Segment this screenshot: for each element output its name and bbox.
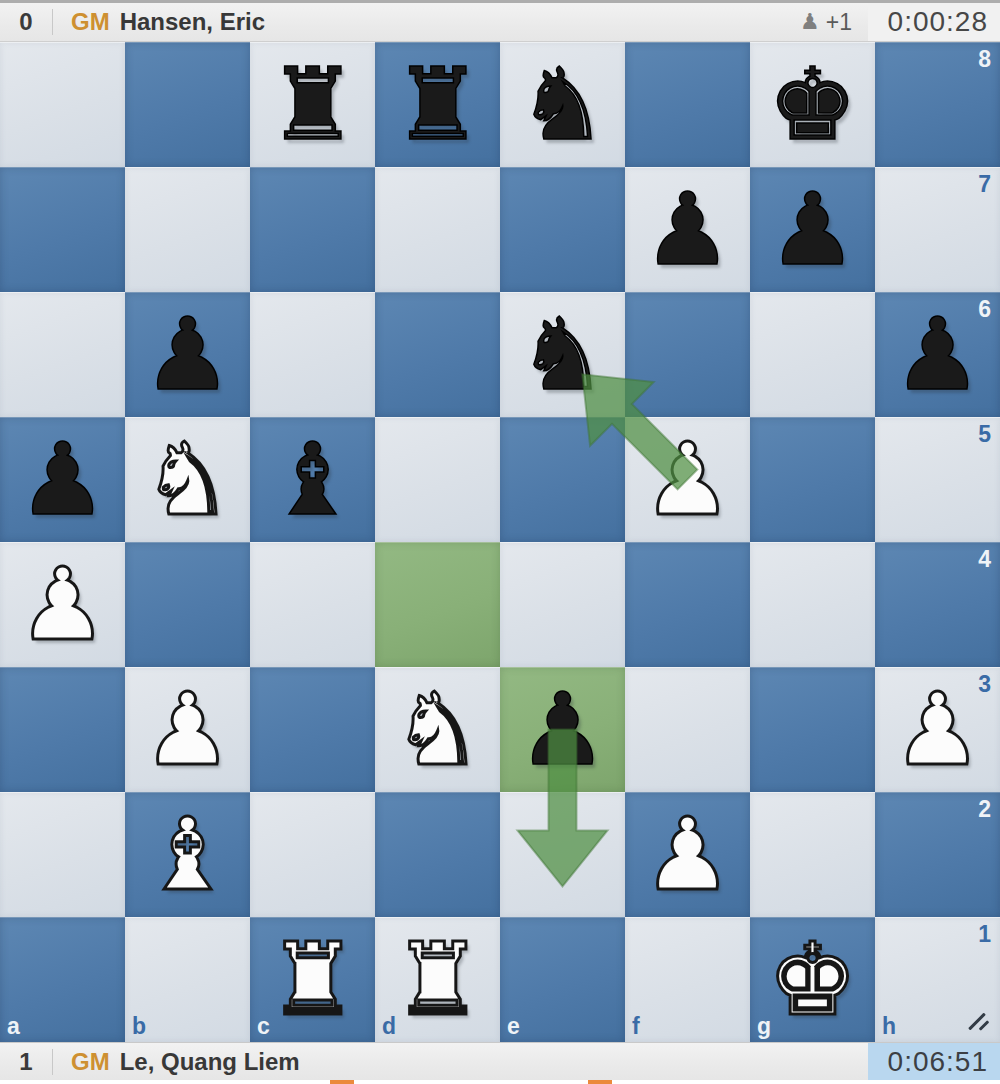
white-pawn[interactable]: ♟ [625, 792, 750, 917]
black-bishop[interactable]: ♝ [250, 417, 375, 542]
square-d7[interactable] [375, 167, 500, 292]
square-b2[interactable]: ♝ [125, 792, 250, 917]
white-knight[interactable]: ♞ [375, 667, 500, 792]
rank-label-7: 7 [978, 173, 991, 196]
square-f4[interactable] [625, 542, 750, 667]
file-label-a: a [7, 1015, 20, 1038]
square-b1[interactable]: b [125, 917, 250, 1042]
file-label-f: f [632, 1015, 640, 1038]
material-count: +1 [826, 9, 852, 36]
white-pawn[interactable]: ♟ [875, 667, 1000, 792]
divider [52, 9, 53, 35]
square-g6[interactable] [750, 292, 875, 417]
white-knight[interactable]: ♞ [125, 417, 250, 542]
rank-label-1: 1 [978, 923, 991, 946]
black-pawn[interactable]: ♟ [875, 292, 1000, 417]
square-a3[interactable] [0, 667, 125, 792]
square-c8[interactable]: ♜ [250, 42, 375, 167]
square-e3[interactable]: ♟ [500, 667, 625, 792]
square-g4[interactable] [750, 542, 875, 667]
bottom-player-title: GM [71, 1048, 110, 1076]
square-g8[interactable]: ♚ [750, 42, 875, 167]
square-a2[interactable] [0, 792, 125, 917]
top-player-score: 0 [0, 8, 52, 36]
square-a7[interactable] [0, 167, 125, 292]
rank-label-2: 2 [978, 798, 991, 821]
top-player-name: Hansen, Eric [120, 8, 265, 36]
square-c3[interactable] [250, 667, 375, 792]
square-d5[interactable] [375, 417, 500, 542]
square-f3[interactable] [625, 667, 750, 792]
square-f6[interactable] [625, 292, 750, 417]
black-king[interactable]: ♚ [750, 42, 875, 167]
square-e6[interactable]: ♞ [500, 292, 625, 417]
bottom-player-clock: 0:06:51 [868, 1043, 1000, 1080]
white-pawn[interactable]: ♟ [0, 542, 125, 667]
white-pawn[interactable]: ♟ [125, 667, 250, 792]
white-rook[interactable]: ♜ [250, 917, 375, 1042]
square-e4[interactable] [500, 542, 625, 667]
white-king[interactable]: ♚ [750, 917, 875, 1042]
square-d3[interactable]: ♞ [375, 667, 500, 792]
rank-label-4: 4 [978, 548, 991, 571]
square-f5[interactable]: ♟ [625, 417, 750, 542]
square-f2[interactable]: ♟ [625, 792, 750, 917]
black-pawn[interactable]: ♟ [125, 292, 250, 417]
black-knight[interactable]: ♞ [500, 292, 625, 417]
square-e1[interactable]: e [500, 917, 625, 1042]
black-pawn[interactable]: ♟ [0, 417, 125, 542]
square-f1[interactable]: f [625, 917, 750, 1042]
black-rook[interactable]: ♜ [375, 42, 500, 167]
file-label-b: b [132, 1015, 146, 1038]
black-pawn[interactable]: ♟ [625, 167, 750, 292]
square-b7[interactable] [125, 167, 250, 292]
square-f7[interactable]: ♟ [625, 167, 750, 292]
board-resize-handle[interactable] [966, 1008, 992, 1034]
top-player-bar: 0 GM Hansen, Eric ♟ +1 0:00:28 [0, 0, 1000, 42]
bottom-player-bar: 1 GM Le, Quang Liem 0:06:51 [0, 1042, 1000, 1080]
square-d6[interactable] [375, 292, 500, 417]
black-pawn[interactable]: ♟ [750, 167, 875, 292]
square-b5[interactable]: ♞ [125, 417, 250, 542]
rank-label-8: 8 [978, 48, 991, 71]
bottom-player-name: Le, Quang Liem [120, 1048, 300, 1076]
black-rook[interactable]: ♜ [250, 42, 375, 167]
black-pawn[interactable]: ♟ [500, 667, 625, 792]
square-g7[interactable]: ♟ [750, 167, 875, 292]
square-d2[interactable] [375, 792, 500, 917]
square-h7[interactable]: 7 [875, 167, 1000, 292]
rank-label-5: 5 [978, 423, 991, 446]
top-player-title: GM [71, 8, 110, 36]
square-d4[interactable] [375, 542, 500, 667]
square-e2[interactable] [500, 792, 625, 917]
square-a1[interactable]: a [0, 917, 125, 1042]
square-e7[interactable] [500, 167, 625, 292]
square-f8[interactable] [625, 42, 750, 167]
square-b6[interactable]: ♟ [125, 292, 250, 417]
square-g5[interactable] [750, 417, 875, 542]
white-pawn[interactable]: ♟ [625, 417, 750, 542]
square-a6[interactable] [0, 292, 125, 417]
square-h3[interactable]: 3♟ [875, 667, 1000, 792]
divider [52, 1049, 53, 1075]
top-player-clock: 0:00:28 [868, 3, 1000, 41]
file-label-h: h [882, 1015, 896, 1038]
bottom-player-score: 1 [0, 1048, 52, 1076]
chess-board[interactable]: ♜♜♞♚8♟♟7♟♞6♟♟♞♝♟5♟4♟♞♟3♟♝♟2abc♜d♜efg♚h1 [0, 42, 1000, 1042]
square-c5[interactable]: ♝ [250, 417, 375, 542]
square-c7[interactable] [250, 167, 375, 292]
material-advantage: ♟ +1 [800, 9, 852, 36]
file-label-e: e [507, 1015, 520, 1038]
square-h2[interactable]: 2 [875, 792, 1000, 917]
square-c6[interactable] [250, 292, 375, 417]
square-a8[interactable] [0, 42, 125, 167]
white-rook[interactable]: ♜ [375, 917, 500, 1042]
square-g3[interactable] [750, 667, 875, 792]
square-b4[interactable] [125, 542, 250, 667]
square-d1[interactable]: d♜ [375, 917, 500, 1042]
square-a4[interactable]: ♟ [0, 542, 125, 667]
white-bishop[interactable]: ♝ [125, 792, 250, 917]
square-h4[interactable]: 4 [875, 542, 1000, 667]
black-knight[interactable]: ♞ [500, 42, 625, 167]
square-a5[interactable]: ♟ [0, 417, 125, 542]
square-h8[interactable]: 8 [875, 42, 1000, 167]
square-h6[interactable]: 6♟ [875, 292, 1000, 417]
cutoff-row [0, 1080, 1000, 1084]
pawn-icon: ♟ [800, 11, 820, 33]
square-g2[interactable] [750, 792, 875, 917]
chess-app: 0 GM Hansen, Eric ♟ +1 0:00:28 ♜♜♞♚8♟♟7♟… [0, 0, 1000, 1084]
square-c4[interactable] [250, 542, 375, 667]
square-b3[interactable]: ♟ [125, 667, 250, 792]
square-g1[interactable]: g♚ [750, 917, 875, 1042]
square-c1[interactable]: c♜ [250, 917, 375, 1042]
square-e8[interactable]: ♞ [500, 42, 625, 167]
square-h5[interactable]: 5 [875, 417, 1000, 542]
square-e5[interactable] [500, 417, 625, 542]
square-c2[interactable] [250, 792, 375, 917]
square-b8[interactable] [125, 42, 250, 167]
square-d8[interactable]: ♜ [375, 42, 500, 167]
